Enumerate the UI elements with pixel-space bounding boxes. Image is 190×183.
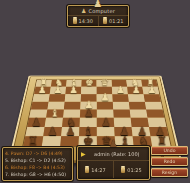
white-pawn-icon: ♟ — [81, 8, 86, 14]
square-h3[interactable] — [33, 94, 50, 102]
square-d7[interactable] — [97, 127, 115, 136]
square-h6[interactable]: ♟ — [27, 118, 46, 127]
square-g3[interactable] — [49, 94, 66, 102]
square-g2[interactable]: ♟ — [50, 87, 66, 94]
chess-app-window: ♟ ♟ Computer 14:30 01:21 ♜♞♝♚♛♞♜♟♟♟♟♟♟♟♟… — [0, 0, 190, 183]
square-b4[interactable] — [129, 102, 146, 110]
square-g7[interactable]: ♟ — [43, 127, 62, 136]
square-h4[interactable] — [31, 102, 49, 110]
square-b5[interactable] — [130, 110, 148, 118]
square-h2[interactable]: ♟ — [34, 87, 51, 94]
move-list-panel[interactable]: 4. Pawn: D7 -> D6 (4:49)5. Bishop: C1 ->… — [2, 147, 73, 181]
resign-button[interactable]: Resign — [151, 168, 188, 177]
square-a7[interactable]: ♟ — [149, 127, 168, 136]
square-c1[interactable] — [111, 80, 127, 87]
bottom-bar: 4. Pawn: D7 -> D6 (4:49)5. Bishop: C1 ->… — [0, 143, 190, 183]
action-buttons: UndoRedoResign — [151, 146, 188, 177]
square-b1[interactable]: ♞ — [126, 80, 142, 87]
black-pawn[interactable]: ♟ — [31, 116, 41, 127]
move-list-entry[interactable]: 5. Bishop: C1 -> D2 (4:52) — [5, 157, 70, 164]
move-list-entry[interactable]: 7. Bishop: G8 -> H6 (4:50) — [5, 171, 70, 178]
player-clocks: 14:27 01:25 — [78, 161, 149, 178]
square-d5[interactable] — [97, 110, 114, 118]
square-h7[interactable] — [25, 127, 44, 136]
square-g4[interactable] — [47, 102, 64, 110]
square-e5[interactable]: ♟ — [80, 110, 97, 118]
square-d2[interactable] — [97, 87, 113, 94]
square-e7[interactable]: ♝ — [79, 127, 97, 136]
move-list-entry[interactable]: 6. Bishop: F8 -> B4 (4:53) — [5, 164, 70, 171]
square-f5[interactable] — [63, 110, 80, 118]
player-main-clock: 14:27 — [78, 161, 113, 178]
square-a6[interactable] — [148, 118, 167, 127]
player-panel: ♟ ▶ admin (Rate: 100) 14:27 01:25 — [77, 146, 150, 180]
square-d3[interactable]: ♟ — [97, 94, 113, 102]
square-a3[interactable] — [144, 94, 161, 102]
square-b6[interactable] — [131, 118, 149, 127]
square-d6[interactable]: ♟ — [97, 118, 114, 127]
turn-indicator-icon: ▶ — [81, 151, 86, 157]
square-d1[interactable]: ♛ — [97, 80, 112, 87]
undo-button[interactable]: Undo — [151, 146, 188, 155]
player-main-time: 14:27 — [91, 167, 105, 173]
player-name: admin (Rate: 100) — [88, 151, 146, 157]
square-g6[interactable] — [45, 118, 63, 127]
move-list-entry[interactable]: 4. Pawn: D7 -> D6 (4:49) — [5, 150, 70, 157]
square-c3[interactable] — [112, 94, 128, 102]
square-c4[interactable] — [113, 102, 130, 110]
square-c2[interactable]: ♟ — [112, 87, 128, 94]
square-f3[interactable] — [65, 94, 81, 102]
black-pawn-icon: ♟ — [109, 139, 118, 149]
square-g1[interactable]: ♞ — [51, 80, 67, 87]
square-a4[interactable] — [145, 102, 163, 110]
square-b7[interactable]: ♟ — [132, 127, 151, 136]
square-f7[interactable]: ♟ — [61, 127, 79, 136]
square-c7[interactable]: ♟ — [114, 127, 132, 136]
square-d4[interactable] — [97, 102, 114, 110]
clock-icon — [85, 167, 89, 173]
black-knight[interactable]: ♞ — [66, 116, 76, 127]
player-name-row: ▶ admin (Rate: 100) — [78, 147, 149, 161]
square-f4[interactable] — [64, 102, 81, 110]
square-b3[interactable] — [128, 94, 145, 102]
square-e6[interactable] — [79, 118, 96, 127]
player-move-clock: 01:25 — [113, 161, 149, 178]
square-c6[interactable] — [114, 118, 132, 127]
square-f6[interactable]: ♞ — [62, 118, 80, 127]
square-a2[interactable]: ♟ — [142, 87, 159, 94]
square-a5[interactable] — [146, 110, 164, 118]
player-move-time: 01:25 — [127, 167, 141, 173]
board-squares: ♜♞♝♚♛♞♜♟♟♟♟♟♟♟♟♝♟♟♞♟♟♟♝♟♟♟♜♚♛♝♞♜ — [22, 80, 171, 147]
white-pawn-icon: ♟ — [94, 0, 103, 9]
square-e1[interactable]: ♚ — [81, 80, 96, 87]
square-b2[interactable]: ♟ — [127, 87, 143, 94]
square-h5[interactable] — [29, 110, 47, 118]
square-g5[interactable]: ♝ — [46, 110, 64, 118]
square-a1[interactable]: ♜ — [141, 80, 157, 87]
square-c5[interactable] — [113, 110, 130, 118]
square-e2[interactable] — [81, 87, 97, 94]
square-f1[interactable]: ♝ — [66, 80, 82, 87]
square-h1[interactable]: ♜ — [36, 80, 52, 87]
clock-icon — [121, 167, 125, 173]
square-e3[interactable] — [81, 94, 97, 102]
black-pawn[interactable]: ♟ — [101, 116, 111, 127]
redo-button[interactable]: Redo — [151, 157, 188, 166]
square-e4[interactable]: ♟ — [80, 102, 96, 110]
square-f2[interactable]: ♟ — [65, 87, 81, 94]
board-zone: ♜♞♝♚♛♞♜♟♟♟♟♟♟♟♟♝♟♟♞♟♟♟♝♟♟♟♜♚♛♝♞♜ HGFEDCB… — [0, 24, 190, 146]
